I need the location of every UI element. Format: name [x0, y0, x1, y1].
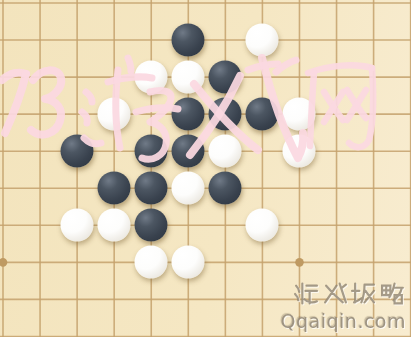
gomoku-game-screen: 73游戏网 游戏攻略 Qqaiqin.com [0, 0, 411, 337]
board-grid[interactable] [0, 0, 411, 337]
